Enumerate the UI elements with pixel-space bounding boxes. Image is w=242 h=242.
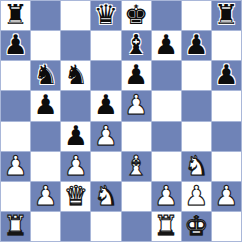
square-d5[interactable]: ♟ bbox=[91, 91, 120, 120]
black-pawn-icon: ♟ bbox=[124, 61, 148, 88]
square-c3[interactable]: ♟ bbox=[61, 152, 90, 181]
white-knight-icon: ♞ bbox=[184, 152, 208, 179]
square-d4[interactable]: ♟ bbox=[91, 122, 120, 151]
square-f5[interactable] bbox=[152, 91, 181, 120]
white-pawn-icon: ♟ bbox=[214, 182, 238, 209]
black-pawn-icon: ♟ bbox=[64, 122, 88, 149]
square-h8[interactable]: ♜ bbox=[212, 1, 241, 30]
black-pawn-icon: ♟ bbox=[34, 91, 58, 118]
square-e5[interactable]: ♟ bbox=[122, 91, 151, 120]
black-pawn-icon: ♟ bbox=[184, 31, 208, 58]
square-g4[interactable] bbox=[182, 122, 211, 151]
square-a2[interactable] bbox=[1, 182, 30, 211]
black-pawn-icon: ♟ bbox=[94, 91, 118, 118]
black-rook-icon: ♜ bbox=[214, 1, 238, 28]
square-c6[interactable]: ♞ bbox=[61, 61, 90, 90]
square-f6[interactable] bbox=[152, 61, 181, 90]
square-c8[interactable] bbox=[61, 1, 90, 30]
black-rook-icon: ♜ bbox=[3, 1, 27, 28]
white-pawn-icon: ♟ bbox=[34, 182, 58, 209]
white-pawn-icon: ♟ bbox=[64, 152, 88, 179]
square-h5[interactable] bbox=[212, 91, 241, 120]
square-h1[interactable] bbox=[212, 212, 241, 241]
square-b3[interactable] bbox=[31, 152, 60, 181]
square-e1[interactable] bbox=[122, 212, 151, 241]
square-d3[interactable] bbox=[91, 152, 120, 181]
black-pawn-icon: ♟ bbox=[154, 31, 178, 58]
black-pawn-icon: ♟ bbox=[3, 31, 27, 58]
black-king-icon: ♚ bbox=[124, 1, 148, 28]
square-g7[interactable]: ♟ bbox=[182, 31, 211, 60]
square-e8[interactable]: ♚ bbox=[122, 1, 151, 30]
square-f2[interactable]: ♟ bbox=[152, 182, 181, 211]
square-b6[interactable]: ♞ bbox=[31, 61, 60, 90]
square-f7[interactable]: ♟ bbox=[152, 31, 181, 60]
square-h3[interactable] bbox=[212, 152, 241, 181]
square-h7[interactable] bbox=[212, 31, 241, 60]
square-e3[interactable]: ♝ bbox=[122, 152, 151, 181]
white-rook-icon: ♜ bbox=[154, 212, 178, 239]
square-d2[interactable]: ♞ bbox=[91, 182, 120, 211]
square-c7[interactable] bbox=[61, 31, 90, 60]
white-queen-icon: ♛ bbox=[64, 182, 88, 209]
square-b2[interactable]: ♟ bbox=[31, 182, 60, 211]
white-bishop-icon: ♝ bbox=[124, 152, 148, 179]
square-g6[interactable] bbox=[182, 61, 211, 90]
black-bishop-icon: ♝ bbox=[124, 31, 148, 58]
square-b4[interactable] bbox=[31, 122, 60, 151]
square-a4[interactable] bbox=[1, 122, 30, 151]
square-c2[interactable]: ♛ bbox=[61, 182, 90, 211]
white-pawn-icon: ♟ bbox=[94, 122, 118, 149]
white-pawn-icon: ♟ bbox=[154, 182, 178, 209]
square-c4[interactable]: ♟ bbox=[61, 122, 90, 151]
white-pawn-icon: ♟ bbox=[124, 91, 148, 118]
square-a7[interactable]: ♟ bbox=[1, 31, 30, 60]
square-d7[interactable] bbox=[91, 31, 120, 60]
square-a6[interactable] bbox=[1, 61, 30, 90]
square-a1[interactable]: ♜ bbox=[1, 212, 30, 241]
square-b5[interactable]: ♟ bbox=[31, 91, 60, 120]
square-f1[interactable]: ♜ bbox=[152, 212, 181, 241]
white-knight-icon: ♞ bbox=[94, 182, 118, 209]
white-pawn-icon: ♟ bbox=[3, 152, 27, 179]
white-rook-icon: ♜ bbox=[3, 212, 27, 239]
square-d6[interactable] bbox=[91, 61, 120, 90]
square-h6[interactable]: ♟ bbox=[212, 61, 241, 90]
white-king-icon: ♚ bbox=[184, 212, 208, 239]
white-pawn-icon: ♟ bbox=[184, 182, 208, 209]
square-e7[interactable]: ♝ bbox=[122, 31, 151, 60]
square-e4[interactable] bbox=[122, 122, 151, 151]
square-c1[interactable] bbox=[61, 212, 90, 241]
black-knight-icon: ♞ bbox=[64, 61, 88, 88]
square-g5[interactable] bbox=[182, 91, 211, 120]
square-a5[interactable] bbox=[1, 91, 30, 120]
square-g8[interactable] bbox=[182, 1, 211, 30]
square-h4[interactable] bbox=[212, 122, 241, 151]
black-queen-icon: ♛ bbox=[94, 1, 118, 28]
black-pawn-icon: ♟ bbox=[214, 61, 238, 88]
square-c5[interactable] bbox=[61, 91, 90, 120]
square-b8[interactable] bbox=[31, 1, 60, 30]
square-g2[interactable]: ♟ bbox=[182, 182, 211, 211]
square-d1[interactable] bbox=[91, 212, 120, 241]
square-h2[interactable]: ♟ bbox=[212, 182, 241, 211]
square-b1[interactable] bbox=[31, 212, 60, 241]
chess-board: ♜♛♚♜♟♝♟♟♞♞♟♟♟♟♟♟♟♟♟♝♞♟♛♞♟♟♟♜♜♚ bbox=[0, 0, 242, 242]
square-e6[interactable]: ♟ bbox=[122, 61, 151, 90]
square-a8[interactable]: ♜ bbox=[1, 1, 30, 30]
square-f4[interactable] bbox=[152, 122, 181, 151]
square-b7[interactable] bbox=[31, 31, 60, 60]
square-d8[interactable]: ♛ bbox=[91, 1, 120, 30]
square-f3[interactable] bbox=[152, 152, 181, 181]
square-g1[interactable]: ♚ bbox=[182, 212, 211, 241]
square-f8[interactable] bbox=[152, 1, 181, 30]
square-e2[interactable] bbox=[122, 182, 151, 211]
square-a3[interactable]: ♟ bbox=[1, 152, 30, 181]
black-knight-icon: ♞ bbox=[34, 61, 58, 88]
square-g3[interactable]: ♞ bbox=[182, 152, 211, 181]
